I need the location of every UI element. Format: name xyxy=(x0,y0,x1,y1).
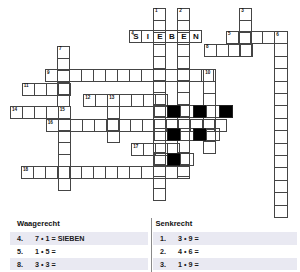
cell-number-15: 15 xyxy=(60,108,65,113)
pattern-white-cell[interactable] xyxy=(154,105,168,118)
black-cell xyxy=(167,153,181,166)
clue-text: 4 • 6 = xyxy=(178,247,199,256)
cell-number-10: 10 xyxy=(205,71,210,76)
clue-number: 1. xyxy=(153,234,178,243)
grid-cell-18-14[interactable] xyxy=(177,166,190,179)
grid-cell-11-4[interactable] xyxy=(58,83,71,96)
cell-number-17: 17 xyxy=(133,145,138,150)
grid-cell-6-14[interactable] xyxy=(274,192,287,205)
black-cell xyxy=(193,105,207,118)
senkrecht-header: Senkrecht xyxy=(156,220,193,228)
pattern-white-cell[interactable] xyxy=(206,105,220,118)
cell-number-3: 3 xyxy=(241,9,244,14)
clue-number: 2. xyxy=(153,247,178,256)
cell-number-11: 11 xyxy=(24,84,29,89)
cell-number-16: 16 xyxy=(48,121,53,126)
pattern-white-cell[interactable] xyxy=(206,128,220,141)
grid-cell-6-7[interactable] xyxy=(274,105,287,118)
cell-number-5: 5 xyxy=(228,32,231,37)
pattern-white-cell[interactable] xyxy=(180,105,194,118)
cell-number-7: 7 xyxy=(59,47,62,52)
cell-number-1: 1 xyxy=(155,9,158,14)
clue-text: 7 • 1 = SIEBEN xyxy=(35,234,84,243)
grid-cell-6-5[interactable] xyxy=(274,81,287,94)
cell-number-13: 13 xyxy=(109,96,114,101)
pattern-white-cell[interactable] xyxy=(154,128,168,141)
black-cell xyxy=(167,128,181,141)
clue-row-1: 1.3 • 9 = xyxy=(153,232,297,245)
cell-number-8: 8 xyxy=(206,45,209,50)
clue-row-2: 2.4 • 6 = xyxy=(153,245,297,258)
grid-cell-5-4[interactable] xyxy=(262,31,275,44)
grid-cell-6-11[interactable] xyxy=(274,155,287,168)
grid-cell-6-3[interactable] xyxy=(274,56,287,69)
pattern-white-cell[interactable] xyxy=(180,128,194,141)
grid-cell-15-7[interactable] xyxy=(58,178,71,191)
black-cell xyxy=(167,105,181,118)
grid-cell-6-4[interactable] xyxy=(274,68,287,81)
cell-number-6: 6 xyxy=(276,33,279,38)
clue-row-3: 3.1 • 9 = xyxy=(153,258,297,271)
grid-cell-10-7[interactable] xyxy=(203,141,216,154)
cell-number-18: 18 xyxy=(23,168,28,173)
clue-row-5: 5.1 • 5 = xyxy=(10,245,148,258)
grid-cell-8-4[interactable] xyxy=(240,44,253,57)
waagerecht-header: Waagerecht xyxy=(17,220,60,228)
grid-cell-6-15[interactable] xyxy=(274,205,287,218)
grid-cell-6-10[interactable] xyxy=(274,143,287,156)
letter-cell-N: N xyxy=(189,30,202,43)
black-cell xyxy=(219,105,233,118)
clue-row-8: 8.3 • 3 = xyxy=(10,258,148,271)
clue-number: 5. xyxy=(10,247,35,256)
pattern-white-cell[interactable] xyxy=(154,153,168,166)
clue-text: 3 • 3 = xyxy=(35,260,56,269)
clue-text: 3 • 9 = xyxy=(178,234,199,243)
grid-cell-1-16[interactable] xyxy=(153,188,166,201)
cell-number-14: 14 xyxy=(12,108,17,113)
clue-row-4: 4.7 • 1 = SIEBEN xyxy=(10,232,148,245)
clue-number: 8. xyxy=(10,260,35,269)
clue-text: 1 • 5 = xyxy=(35,247,56,256)
grid-cell-6-8[interactable] xyxy=(274,118,287,131)
clue-column-divider xyxy=(151,218,152,272)
grid-cell-6-9[interactable] xyxy=(274,130,287,143)
clue-number: 3. xyxy=(153,260,178,269)
pattern-white-cell[interactable] xyxy=(180,153,194,166)
cell-number-9: 9 xyxy=(47,71,50,76)
clue-number: 4. xyxy=(10,234,35,243)
cell-number-2: 2 xyxy=(179,9,182,14)
cell-number-12: 12 xyxy=(85,96,90,101)
grid-cell-6-2[interactable] xyxy=(274,43,287,56)
grid-cell-6-13[interactable] xyxy=(274,180,287,193)
grid-cell-6-6[interactable] xyxy=(274,93,287,106)
black-cell xyxy=(193,128,207,141)
clue-text: 1 • 9 = xyxy=(178,260,199,269)
grid-cell-6-12[interactable] xyxy=(274,167,287,180)
crossword-worksheet: 1234SIEBEN56789101112131415161718 Waager… xyxy=(0,0,300,272)
